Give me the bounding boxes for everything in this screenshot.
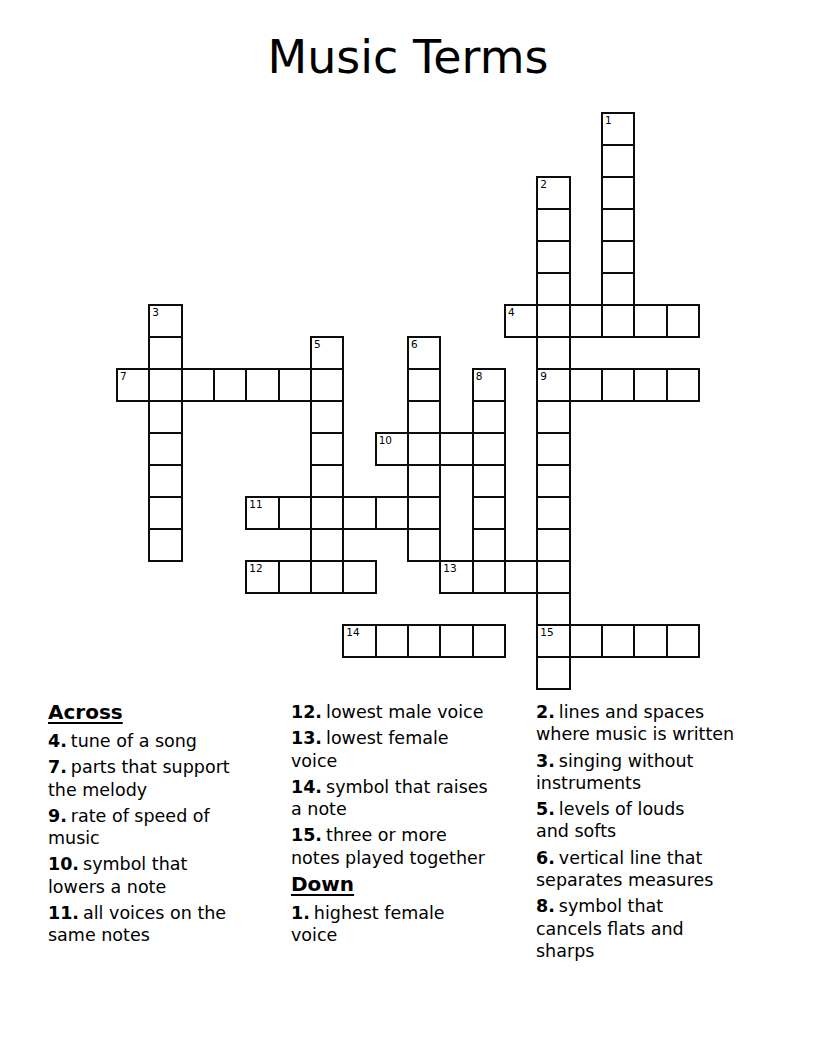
clue-section-header-down: Down [291,873,488,896]
clue-number-2: 2. [536,702,555,722]
grid-cell-r8c15[interactable] [601,368,635,402]
clue-3-line-1: instruments [536,772,734,794]
grid-cell-r14c11[interactable] [472,560,506,594]
clue-2-line-0: 2.lines and spaces [536,701,734,723]
clue-number-label-3: 3 [152,307,159,318]
grid-cell-r10c8[interactable]: 10 [375,432,409,466]
clue-13-line-1: voice [291,750,488,772]
grid-cell-r12c6[interactable] [310,496,344,530]
clue-8-line-1: cancels flats and [536,918,734,940]
grid-cell-r3c13[interactable] [536,208,570,242]
grid-cell-r16c14[interactable] [569,624,603,658]
grid-cell-r10c10[interactable] [439,432,473,466]
grid-cell-r15c13[interactable] [536,592,570,626]
clue-5: 5.levels of loudsand softs [536,798,734,843]
grid-cell-r8c17[interactable] [666,368,700,402]
clue-11-line-0: 11.all voices on the [48,902,230,924]
clue-2: 2.lines and spaceswhere music is written [536,701,734,746]
clue-5-line-1: and softs [536,820,734,842]
grid-cell-r8c16[interactable] [633,368,667,402]
clue-number-label-14: 14 [346,627,359,638]
clue-number-label-1: 1 [605,115,612,126]
clue-number-label-2: 2 [540,179,547,190]
clue-number-15: 15. [291,825,322,845]
clue-number-14: 14. [291,777,322,797]
grid-cell-r6c12[interactable]: 4 [504,304,538,338]
clue-number-label-11: 11 [249,499,262,510]
clue-14: 14.symbol that raisesa note [291,776,488,821]
clue-7-line-1: the melody [48,779,230,801]
clue-15-line-0: 15.three or more [291,824,488,846]
grid-cell-r0c15[interactable]: 1 [601,112,635,146]
clue-6-line-1: separates measures [536,869,734,891]
clue-4-line-0: 4.tune of a song [48,730,230,752]
grid-cell-r10c1[interactable] [148,432,182,466]
clue-11: 11.all voices on thesame notes [48,902,230,947]
grid-cell-r7c1[interactable] [148,336,182,370]
clue-section-header-across: Across [48,701,230,724]
puzzle-title: Music Terms [0,30,816,84]
grid-cell-r16c15[interactable] [601,624,635,658]
grid-cell-r12c11[interactable] [472,496,506,530]
grid-cell-r14c10[interactable]: 13 [439,560,473,594]
clue-12: 12.lowest male voice [291,701,488,723]
clue-1-line-0: 1.highest female [291,902,488,924]
grid-cell-r8c1[interactable] [148,368,182,402]
clue-14-line-0: 14.symbol that raises [291,776,488,798]
grid-cell-r9c11[interactable] [472,400,506,434]
clue-number-10: 10. [48,854,79,874]
clue-12-line-0: 12.lowest male voice [291,701,488,723]
clue-13-line-0: 13.lowest female [291,727,488,749]
clue-8-line-2: sharps [536,940,734,962]
grid-cell-r7c13[interactable] [536,336,570,370]
grid-cell-r16c7[interactable]: 14 [342,624,376,658]
grid-cell-r8c13[interactable]: 9 [536,368,570,402]
grid-cell-r10c6[interactable] [310,432,344,466]
clue-6-line-0: 6.vertical line that [536,847,734,869]
grid-cell-r9c13[interactable] [536,400,570,434]
clue-number-label-9: 9 [540,371,547,382]
grid-cell-r14c7[interactable] [342,560,376,594]
grid-cell-r8c6[interactable] [310,368,344,402]
grid-cell-r16c11[interactable] [472,624,506,658]
clue-8: 8.symbol thatcancels flats andsharps [536,895,734,962]
crossword-worksheet-page: Music Terms 123456789101112131415 Across… [0,0,816,1056]
grid-cell-r9c9[interactable] [407,400,441,434]
clue-number-12: 12. [291,702,322,722]
clue-1-line-1: voice [291,924,488,946]
grid-cell-r16c13[interactable]: 15 [536,624,570,658]
clue-number-label-10: 10 [379,435,392,446]
clue-number-13: 13. [291,728,322,748]
clue-15-line-1: notes played together [291,847,488,869]
grid-cell-r17c13[interactable] [536,656,570,690]
grid-cell-r6c1[interactable]: 3 [148,304,182,338]
grid-cell-r16c8[interactable] [375,624,409,658]
clue-13: 13.lowest femalevoice [291,727,488,772]
grid-cell-r5c15[interactable] [601,272,635,306]
clue-number-3: 3. [536,751,555,771]
grid-cell-r13c1[interactable] [148,528,182,562]
clue-number-label-12: 12 [249,563,262,574]
grid-cell-r8c4[interactable] [245,368,279,402]
clue-number-label-7: 7 [120,371,127,382]
grid-cell-r13c6[interactable] [310,528,344,562]
grid-cell-r10c13[interactable] [536,432,570,466]
clue-number-4: 4. [48,731,67,751]
grid-cell-r16c17[interactable] [666,624,700,658]
clue-3: 3.singing withoutinstruments [536,750,734,795]
grid-cell-r6c16[interactable] [633,304,667,338]
grid-cell-r11c1[interactable] [148,464,182,498]
grid-cell-r14c12[interactable] [504,560,538,594]
grid-cell-r4c15[interactable] [601,240,635,274]
grid-cell-r8c3[interactable] [213,368,247,402]
grid-cell-r12c13[interactable] [536,496,570,530]
grid-cell-r8c14[interactable] [569,368,603,402]
grid-cell-r14c5[interactable] [278,560,312,594]
grid-cell-r8c5[interactable] [278,368,312,402]
grid-cell-r12c4[interactable]: 11 [245,496,279,530]
clue-3-line-0: 3.singing without [536,750,734,772]
crossword-grid: 123456789101112131415 [116,112,700,690]
grid-cell-r11c9[interactable] [407,464,441,498]
clue-column-middle: 12.lowest male voice13.lowest femalevoic… [291,701,488,951]
grid-cell-r13c13[interactable] [536,528,570,562]
clue-9-line-0: 9.rate of speed of [48,805,230,827]
grid-cell-r14c13[interactable] [536,560,570,594]
grid-cell-r11c6[interactable] [310,464,344,498]
clue-7: 7.parts that supportthe melody [48,756,230,801]
clue-9-line-1: music [48,827,230,849]
grid-cell-r14c6[interactable] [310,560,344,594]
clue-6: 6.vertical line thatseparates measures [536,847,734,892]
clue-1: 1.highest femalevoice [291,902,488,947]
clue-number-6: 6. [536,848,555,868]
clue-10-line-1: lowers a note [48,876,230,898]
grid-cell-r2c13[interactable]: 2 [536,176,570,210]
clue-number-label-4: 4 [508,307,515,318]
grid-cell-r4c13[interactable] [536,240,570,274]
grid-cell-r3c15[interactable] [601,208,635,242]
grid-cell-r7c9[interactable]: 6 [407,336,441,370]
grid-cell-r6c15[interactable] [601,304,635,338]
grid-cell-r9c1[interactable] [148,400,182,434]
clue-5-line-0: 5.levels of louds [536,798,734,820]
clue-9: 9.rate of speed ofmusic [48,805,230,850]
clue-number-label-8: 8 [476,371,483,382]
grid-cell-r8c2[interactable] [181,368,215,402]
clue-10-line-0: 10.symbol that [48,853,230,875]
clue-4: 4.tune of a song [48,730,230,752]
grid-cell-r11c13[interactable] [536,464,570,498]
clue-number-8: 8. [536,896,555,916]
grid-cell-r10c9[interactable] [407,432,441,466]
grid-cell-r8c9[interactable] [407,368,441,402]
clue-column-left: Across4.tune of a song7.parts that suppo… [48,701,230,951]
clue-14-line-1: a note [291,798,488,820]
clue-15: 15.three or morenotes played together [291,824,488,869]
grid-cell-r16c16[interactable] [633,624,667,658]
grid-cell-r2c15[interactable] [601,176,635,210]
clue-number-11: 11. [48,903,79,923]
clue-number-9: 9. [48,806,67,826]
clue-8-line-0: 8.symbol that [536,895,734,917]
clue-column-right: 2.lines and spaceswhere music is written… [536,701,734,966]
grid-cell-r13c11[interactable] [472,528,506,562]
grid-cell-r12c1[interactable] [148,496,182,530]
grid-cell-r11c11[interactable] [472,464,506,498]
clue-10: 10.symbol thatlowers a note [48,853,230,898]
grid-cell-r5c13[interactable] [536,272,570,306]
grid-cell-r12c7[interactable] [342,496,376,530]
grid-cell-r6c13[interactable] [536,304,570,338]
clue-7-line-0: 7.parts that support [48,756,230,778]
grid-cell-r13c9[interactable] [407,528,441,562]
clue-11-line-1: same notes [48,924,230,946]
grid-cell-r16c10[interactable] [439,624,473,658]
grid-cell-r16c9[interactable] [407,624,441,658]
grid-cell-r12c5[interactable] [278,496,312,530]
grid-cell-r8c11[interactable]: 8 [472,368,506,402]
grid-cell-r8c0[interactable]: 7 [116,368,150,402]
clue-number-label-6: 6 [411,339,418,350]
clue-number-1: 1. [291,903,310,923]
grid-cell-r14c4[interactable]: 12 [245,560,279,594]
clue-number-label-15: 15 [540,627,553,638]
clue-2-line-1: where music is written [536,723,734,745]
grid-cell-r6c14[interactable] [569,304,603,338]
grid-cell-r12c9[interactable] [407,496,441,530]
grid-cell-r7c6[interactable]: 5 [310,336,344,370]
grid-cell-r10c11[interactable] [472,432,506,466]
grid-cell-r9c6[interactable] [310,400,344,434]
grid-cell-r6c17[interactable] [666,304,700,338]
clue-number-label-5: 5 [314,339,321,350]
clue-number-label-13: 13 [443,563,456,574]
clue-number-5: 5. [536,799,555,819]
grid-cell-r1c15[interactable] [601,144,635,178]
clue-number-7: 7. [48,757,67,777]
grid-cell-r12c8[interactable] [375,496,409,530]
